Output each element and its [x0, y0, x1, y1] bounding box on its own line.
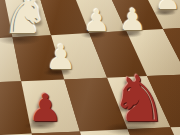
piece-white-knight-a7[interactable]: ♞	[2, 0, 49, 41]
piece-white-pawn-e7[interactable]: ♟	[120, 5, 147, 35]
piece-white-pawn-f7[interactable]: ♟	[155, 0, 180, 14]
piece-red-knight-d5[interactable]: ♞	[110, 67, 167, 131]
piece-white-pawn-c6[interactable]: ♟	[46, 40, 76, 74]
chess-game-screen: ♞♟♟♟♟♟♞	[0, 0, 180, 135]
piece-white-pawn-d7[interactable]: ♟	[84, 6, 111, 36]
piece-red-pawn-b5[interactable]: ♟	[28, 89, 62, 127]
